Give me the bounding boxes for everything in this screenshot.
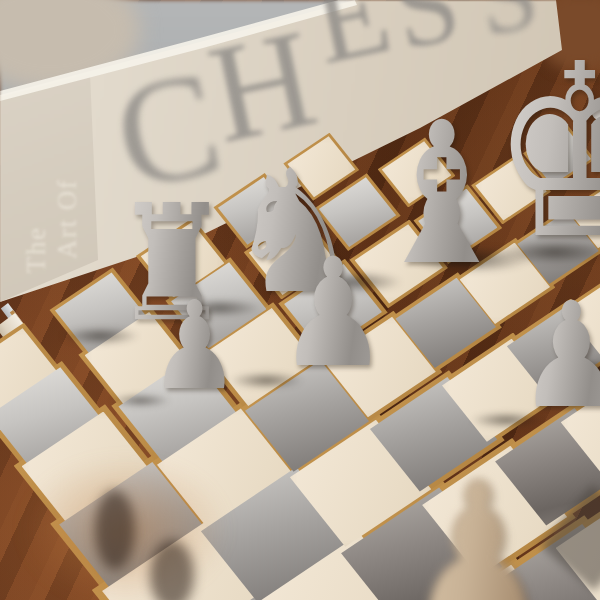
table-reflection-piece bbox=[95, 490, 135, 570]
chess-photo-scene: CHESS The Art Of ♛♛♚♚♝♝♞♞♜♜♝♝♟♟♟♟♟♟♟ bbox=[0, 0, 600, 600]
book-subtitle: The Art Of bbox=[21, 93, 87, 273]
table-reflection-piece bbox=[150, 540, 194, 600]
book-subtitle-line1: The bbox=[21, 93, 52, 273]
book-subtitle-line2: Art Of bbox=[52, 93, 83, 259]
